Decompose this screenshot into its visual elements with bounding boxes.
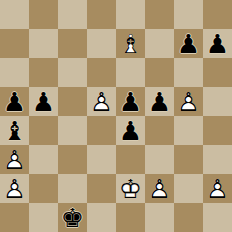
square-e4[interactable]: ♟ bbox=[116, 116, 145, 145]
piece-glyph-fill: ♟ bbox=[203, 174, 232, 203]
black-pawn: ♟ bbox=[174, 29, 203, 58]
square-h8[interactable] bbox=[203, 0, 232, 29]
square-f1[interactable] bbox=[145, 203, 174, 232]
piece-glyph-outline: ♔ bbox=[116, 174, 145, 203]
square-a2[interactable]: ♟♙ bbox=[0, 174, 29, 203]
square-a6[interactable] bbox=[0, 58, 29, 87]
square-e3[interactable] bbox=[116, 145, 145, 174]
white-pawn: ♟♙ bbox=[0, 174, 29, 203]
white-pawn: ♟♙ bbox=[203, 174, 232, 203]
square-c5[interactable] bbox=[58, 87, 87, 116]
black-pawn: ♟ bbox=[145, 87, 174, 116]
square-g4[interactable] bbox=[174, 116, 203, 145]
square-b8[interactable] bbox=[29, 0, 58, 29]
black-king: ♚ bbox=[58, 203, 87, 232]
square-h4[interactable] bbox=[203, 116, 232, 145]
square-g5[interactable]: ♟♙ bbox=[174, 87, 203, 116]
piece-glyph-outline: ♙ bbox=[174, 87, 203, 116]
piece-glyph-outline: ♙ bbox=[0, 174, 29, 203]
piece-glyph-fill: ♟ bbox=[145, 174, 174, 203]
square-b3[interactable] bbox=[29, 145, 58, 174]
square-b2[interactable] bbox=[29, 174, 58, 203]
square-e6[interactable] bbox=[116, 58, 145, 87]
piece-glyph-fill: ♚ bbox=[58, 203, 87, 232]
square-d3[interactable] bbox=[87, 145, 116, 174]
square-c3[interactable] bbox=[58, 145, 87, 174]
piece-glyph-fill: ♟ bbox=[203, 29, 232, 58]
piece-glyph-fill: ♚ bbox=[116, 174, 145, 203]
black-pawn: ♟ bbox=[203, 29, 232, 58]
square-b5[interactable]: ♟ bbox=[29, 87, 58, 116]
piece-glyph-fill: ♟ bbox=[0, 87, 29, 116]
piece-glyph-fill: ♟ bbox=[145, 87, 174, 116]
square-c7[interactable] bbox=[58, 29, 87, 58]
square-h1[interactable] bbox=[203, 203, 232, 232]
square-b1[interactable] bbox=[29, 203, 58, 232]
black-pawn: ♟ bbox=[116, 87, 145, 116]
white-bishop: ♝♗ bbox=[116, 29, 145, 58]
piece-glyph-fill: ♟ bbox=[174, 29, 203, 58]
piece-glyph-fill: ♟ bbox=[29, 87, 58, 116]
square-g6[interactable] bbox=[174, 58, 203, 87]
square-g2[interactable] bbox=[174, 174, 203, 203]
square-d7[interactable] bbox=[87, 29, 116, 58]
chess-board: ♝♗♟♟♟♟♟♙♟♟♟♙♝♟♟♙♟♙♚♔♟♙♟♙♚ bbox=[0, 0, 232, 232]
square-e2[interactable]: ♚♔ bbox=[116, 174, 145, 203]
square-c4[interactable] bbox=[58, 116, 87, 145]
square-g1[interactable] bbox=[174, 203, 203, 232]
square-e1[interactable] bbox=[116, 203, 145, 232]
black-pawn: ♟ bbox=[116, 116, 145, 145]
square-h3[interactable] bbox=[203, 145, 232, 174]
square-a1[interactable] bbox=[0, 203, 29, 232]
square-a8[interactable] bbox=[0, 0, 29, 29]
square-d6[interactable] bbox=[87, 58, 116, 87]
square-h6[interactable] bbox=[203, 58, 232, 87]
piece-glyph-fill: ♝ bbox=[0, 116, 29, 145]
white-pawn: ♟♙ bbox=[0, 145, 29, 174]
square-a7[interactable] bbox=[0, 29, 29, 58]
square-d4[interactable] bbox=[87, 116, 116, 145]
square-f7[interactable] bbox=[145, 29, 174, 58]
square-h7[interactable]: ♟ bbox=[203, 29, 232, 58]
square-b6[interactable] bbox=[29, 58, 58, 87]
square-f2[interactable]: ♟♙ bbox=[145, 174, 174, 203]
square-a5[interactable]: ♟ bbox=[0, 87, 29, 116]
square-g3[interactable] bbox=[174, 145, 203, 174]
square-f6[interactable] bbox=[145, 58, 174, 87]
square-e5[interactable]: ♟ bbox=[116, 87, 145, 116]
piece-glyph-fill: ♟ bbox=[116, 116, 145, 145]
piece-glyph-fill: ♝ bbox=[116, 29, 145, 58]
square-f3[interactable] bbox=[145, 145, 174, 174]
square-b7[interactable] bbox=[29, 29, 58, 58]
square-c1[interactable]: ♚ bbox=[58, 203, 87, 232]
black-pawn: ♟ bbox=[0, 87, 29, 116]
piece-glyph-fill: ♟ bbox=[87, 87, 116, 116]
white-king: ♚♔ bbox=[116, 174, 145, 203]
square-g7[interactable]: ♟ bbox=[174, 29, 203, 58]
piece-glyph-fill: ♟ bbox=[0, 174, 29, 203]
piece-glyph-outline: ♙ bbox=[145, 174, 174, 203]
white-pawn: ♟♙ bbox=[145, 174, 174, 203]
piece-glyph-fill: ♟ bbox=[0, 145, 29, 174]
square-e8[interactable] bbox=[116, 0, 145, 29]
square-b4[interactable] bbox=[29, 116, 58, 145]
square-d2[interactable] bbox=[87, 174, 116, 203]
square-a3[interactable]: ♟♙ bbox=[0, 145, 29, 174]
square-a4[interactable]: ♝ bbox=[0, 116, 29, 145]
square-f4[interactable] bbox=[145, 116, 174, 145]
black-pawn: ♟ bbox=[29, 87, 58, 116]
piece-glyph-outline: ♙ bbox=[0, 145, 29, 174]
square-f5[interactable]: ♟ bbox=[145, 87, 174, 116]
black-bishop: ♝ bbox=[0, 116, 29, 145]
square-g8[interactable] bbox=[174, 0, 203, 29]
square-h5[interactable] bbox=[203, 87, 232, 116]
piece-glyph-outline: ♙ bbox=[87, 87, 116, 116]
square-f8[interactable] bbox=[145, 0, 174, 29]
white-pawn: ♟♙ bbox=[87, 87, 116, 116]
white-pawn: ♟♙ bbox=[174, 87, 203, 116]
piece-glyph-outline: ♗ bbox=[116, 29, 145, 58]
square-c8[interactable] bbox=[58, 0, 87, 29]
square-c2[interactable] bbox=[58, 174, 87, 203]
square-d8[interactable] bbox=[87, 0, 116, 29]
square-c6[interactable] bbox=[58, 58, 87, 87]
square-d1[interactable] bbox=[87, 203, 116, 232]
square-e7[interactable]: ♝♗ bbox=[116, 29, 145, 58]
piece-glyph-outline: ♙ bbox=[203, 174, 232, 203]
square-h2[interactable]: ♟♙ bbox=[203, 174, 232, 203]
piece-glyph-fill: ♟ bbox=[174, 87, 203, 116]
piece-glyph-fill: ♟ bbox=[116, 87, 145, 116]
square-d5[interactable]: ♟♙ bbox=[87, 87, 116, 116]
